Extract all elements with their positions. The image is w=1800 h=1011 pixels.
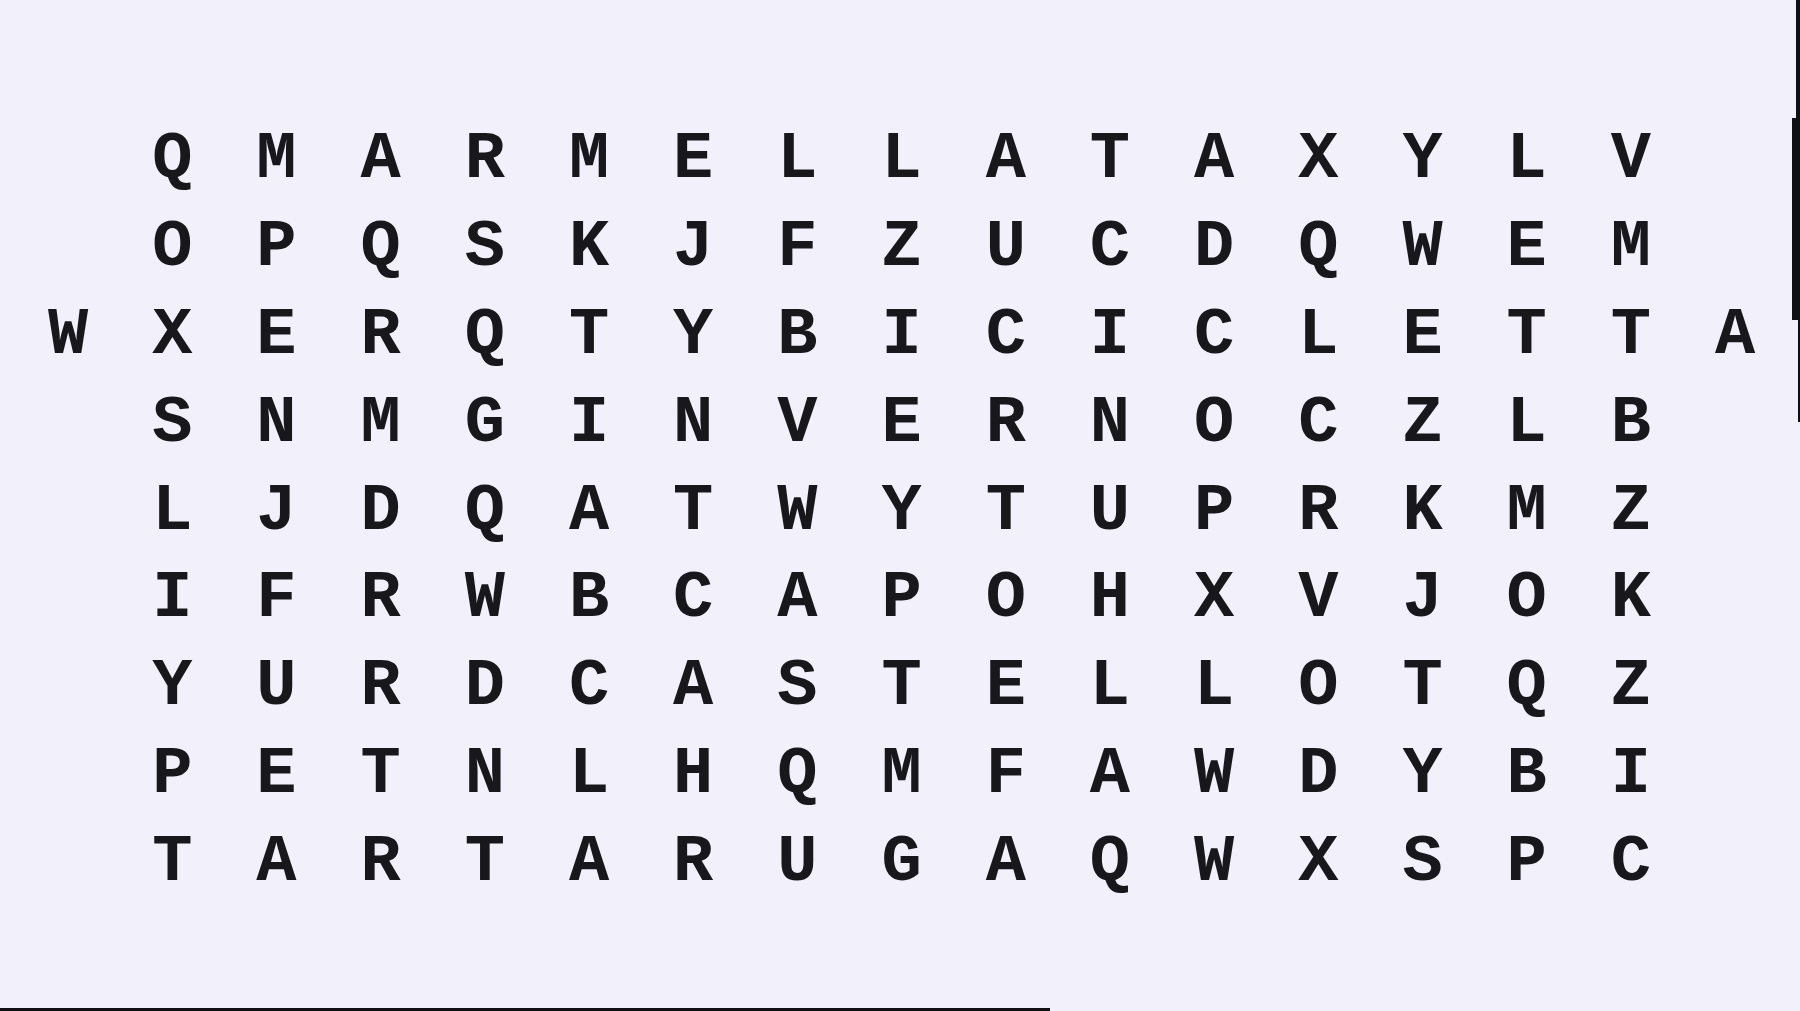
grid-cell-letter[interactable]: H — [641, 731, 745, 819]
grid-cell-letter[interactable]: C — [641, 555, 745, 643]
grid-cell-letter[interactable]: Q — [1266, 204, 1370, 292]
grid-cell-letter[interactable]: Q — [1475, 643, 1579, 731]
grid-cell-letter[interactable]: R — [1266, 467, 1370, 555]
grid-cell-letter[interactable]: T — [641, 467, 745, 555]
grid-cell-letter[interactable]: J — [1370, 555, 1474, 643]
grid-cell-letter[interactable]: Y — [1370, 731, 1474, 819]
grid-cell-letter[interactable]: Z — [1370, 379, 1474, 467]
grid-cell-letter[interactable]: A — [1162, 116, 1266, 204]
grid-cell-letter[interactable]: P — [224, 204, 328, 292]
grid-cell-letter[interactable]: C — [1579, 818, 1683, 906]
grid-cell-letter[interactable]: A — [745, 555, 849, 643]
grid-cell-letter[interactable]: L — [1475, 116, 1579, 204]
grid-cell-letter[interactable]: Q — [329, 204, 433, 292]
grid-cell-letter[interactable]: V — [745, 379, 849, 467]
grid-cell-letter[interactable]: C — [1162, 292, 1266, 380]
grid-cell-letter[interactable]: T — [954, 467, 1058, 555]
grid-cell-letter[interactable]: E — [224, 292, 328, 380]
grid-cell-letter[interactable]: L — [1162, 643, 1266, 731]
grid-cell-letter[interactable]: M — [850, 731, 954, 819]
grid-cell-letter[interactable]: K — [1370, 467, 1474, 555]
grid-cell-letter[interactable]: L — [850, 116, 954, 204]
grid-cell-letter[interactable]: D — [1162, 204, 1266, 292]
grid-cell-letter[interactable]: P — [120, 731, 224, 819]
grid-cell-letter[interactable]: R — [329, 818, 433, 906]
grid-cell-letter[interactable]: Y — [850, 467, 954, 555]
grid-cell-letter[interactable]: U — [1058, 467, 1162, 555]
grid-cell-letter[interactable]: A — [1058, 731, 1162, 819]
grid-cell-letter[interactable]: M — [1475, 467, 1579, 555]
grid-cell-letter[interactable]: E — [850, 379, 954, 467]
grid-cell-letter[interactable]: X — [1266, 116, 1370, 204]
grid-cell-letter[interactable]: L — [1266, 292, 1370, 380]
grid-cell-letter[interactable]: Y — [120, 643, 224, 731]
grid-cell-letter[interactable]: B — [1579, 379, 1683, 467]
grid-cell-letter[interactable]: S — [120, 379, 224, 467]
grid-cell-letter[interactable]: N — [433, 731, 537, 819]
grid-cell-letter[interactable]: X — [1266, 818, 1370, 906]
grid-cell-letter[interactable]: K — [537, 204, 641, 292]
grid-cell-letter[interactable]: J — [641, 204, 745, 292]
grid-cell-letter[interactable]: F — [954, 731, 1058, 819]
grid-cell-letter[interactable]: C — [954, 292, 1058, 380]
grid-cell-letter[interactable]: L — [537, 731, 641, 819]
grid-cell-letter[interactable]: H — [1058, 555, 1162, 643]
grid-cell-letter[interactable]: S — [433, 204, 537, 292]
grid-cell-letter[interactable]: A — [641, 643, 745, 731]
grid-cell-letter[interactable]: Z — [1579, 643, 1683, 731]
grid-cell-letter[interactable]: Q — [1058, 818, 1162, 906]
grid-cell-letter[interactable]: M — [329, 379, 433, 467]
grid-cell-letter[interactable]: T — [120, 818, 224, 906]
grid-cell-letter[interactable]: U — [745, 818, 849, 906]
grid-cell-letter[interactable]: I — [850, 292, 954, 380]
grid-cell-letter[interactable]: E — [954, 643, 1058, 731]
grid-cell-letter[interactable]: T — [329, 731, 433, 819]
grid-cell-letter[interactable]: S — [745, 643, 849, 731]
grid-cell-letter[interactable]: A — [954, 818, 1058, 906]
grid-cell-letter[interactable]: T — [1058, 116, 1162, 204]
grid-cell-letter[interactable]: T — [433, 818, 537, 906]
grid-cell-letter[interactable]: I — [1058, 292, 1162, 380]
grid-cell-letter[interactable]: W — [745, 467, 849, 555]
grid-cell-letter[interactable]: A — [329, 116, 433, 204]
grid-cell-letter[interactable]: T — [850, 643, 954, 731]
grid-cell-letter[interactable]: P — [1162, 467, 1266, 555]
grid-cell-letter[interactable]: G — [433, 379, 537, 467]
grid-cell-letter[interactable]: R — [329, 555, 433, 643]
grid-cell-letter[interactable]: P — [1475, 818, 1579, 906]
grid-cell-letter[interactable]: C — [1266, 379, 1370, 467]
grid-cell-letter[interactable]: J — [224, 467, 328, 555]
grid-cell-letter[interactable]: X — [120, 292, 224, 380]
grid-cell-letter[interactable]: C — [1058, 204, 1162, 292]
grid-cell-letter[interactable]: F — [745, 204, 849, 292]
grid-cell-letter[interactable]: Z — [850, 204, 954, 292]
grid-cell-letter[interactable]: M — [537, 116, 641, 204]
grid-cell-letter[interactable]: F — [224, 555, 328, 643]
grid-cell-letter[interactable]: A — [1683, 292, 1787, 380]
grid-cell-letter[interactable]: B — [537, 555, 641, 643]
grid-cell-letter[interactable]: W — [1162, 818, 1266, 906]
grid-cell-letter[interactable]: L — [120, 467, 224, 555]
grid-cell-letter[interactable]: K — [1579, 555, 1683, 643]
grid-cell-letter[interactable]: M — [224, 116, 328, 204]
grid-cell-letter[interactable]: R — [433, 116, 537, 204]
grid-cell-letter[interactable]: T — [1475, 292, 1579, 380]
grid-cell-letter[interactable]: R — [641, 818, 745, 906]
grid-cell-letter[interactable]: Q — [745, 731, 849, 819]
grid-cell-letter[interactable]: B — [1475, 731, 1579, 819]
grid-cell-letter[interactable]: T — [537, 292, 641, 380]
grid-cell-letter[interactable]: S — [1370, 818, 1474, 906]
grid-cell-letter[interactable]: V — [1579, 116, 1683, 204]
grid-cell-letter[interactable]: A — [537, 818, 641, 906]
grid-cell-letter[interactable]: I — [1579, 731, 1683, 819]
grid-cell-letter[interactable]: M — [1579, 204, 1683, 292]
grid-cell-letter[interactable]: Q — [433, 467, 537, 555]
grid-cell-letter[interactable]: L — [1058, 643, 1162, 731]
grid-cell-letter[interactable]: Y — [641, 292, 745, 380]
grid-cell-letter[interactable]: T — [1579, 292, 1683, 380]
grid-cell-letter[interactable]: E — [224, 731, 328, 819]
grid-cell-letter[interactable]: L — [745, 116, 849, 204]
scrollbar-thumb-right-artifact[interactable] — [1792, 118, 1800, 320]
grid-cell-letter[interactable]: R — [329, 292, 433, 380]
grid-cell-letter[interactable]: Q — [433, 292, 537, 380]
grid-cell-letter[interactable]: R — [329, 643, 433, 731]
grid-cell-letter[interactable]: O — [1162, 379, 1266, 467]
grid-cell-letter[interactable]: E — [641, 116, 745, 204]
grid-cell-letter[interactable]: A — [537, 467, 641, 555]
grid-cell-letter[interactable]: O — [1266, 643, 1370, 731]
grid-cell-letter[interactable]: I — [120, 555, 224, 643]
grid-cell-letter[interactable]: R — [954, 379, 1058, 467]
grid-cell-letter[interactable]: A — [954, 116, 1058, 204]
grid-cell-letter[interactable]: E — [1370, 292, 1474, 380]
grid-cell-letter[interactable]: E — [1475, 204, 1579, 292]
grid-cell-letter[interactable]: N — [1058, 379, 1162, 467]
grid-cell-letter[interactable]: T — [1370, 643, 1474, 731]
grid-cell-letter[interactable]: O — [120, 204, 224, 292]
grid-cell-letter[interactable]: I — [537, 379, 641, 467]
grid-cell-letter[interactable]: W — [1370, 204, 1474, 292]
grid-cell-letter[interactable]: W — [433, 555, 537, 643]
grid-cell-letter[interactable]: D — [433, 643, 537, 731]
grid-cell-letter[interactable]: D — [329, 467, 433, 555]
grid-cell-letter[interactable]: O — [954, 555, 1058, 643]
grid-cell-letter[interactable]: X — [1162, 555, 1266, 643]
grid-cell-letter[interactable]: V — [1266, 555, 1370, 643]
grid-cell-letter[interactable]: G — [850, 818, 954, 906]
grid-cell-letter[interactable]: W — [16, 292, 120, 380]
grid-cell-letter[interactable]: O — [1475, 555, 1579, 643]
grid-cell-letter[interactable]: L — [1475, 379, 1579, 467]
word-search-grid: QMARMELLATAXYLVOPQSKJFZUCDQWEMWXERQTYBIC… — [16, 116, 1787, 906]
grid-cell-letter[interactable]: C — [537, 643, 641, 731]
grid-cell-letter[interactable]: Q — [120, 116, 224, 204]
scrollbar-track-right-artifact — [1796, 0, 1800, 118]
grid-cell-letter[interactable]: U — [224, 643, 328, 731]
grid-cell-letter[interactable]: N — [641, 379, 745, 467]
grid-cell-letter[interactable]: N — [224, 379, 328, 467]
grid-cell-letter[interactable]: D — [1266, 731, 1370, 819]
grid-cell-letter[interactable]: B — [745, 292, 849, 380]
grid-cell-letter[interactable]: W — [1162, 731, 1266, 819]
grid-cell-letter[interactable]: Y — [1370, 116, 1474, 204]
grid-cell-letter[interactable]: P — [850, 555, 954, 643]
grid-cell-letter[interactable]: U — [954, 204, 1058, 292]
grid-cell-letter[interactable]: A — [224, 818, 328, 906]
grid-cell-letter[interactable]: Z — [1579, 467, 1683, 555]
